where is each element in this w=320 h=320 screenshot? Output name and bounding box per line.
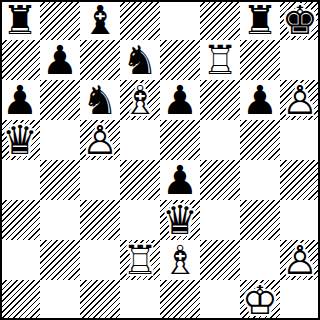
square-b6[interactable] (40, 80, 80, 120)
square-c3[interactable] (80, 200, 120, 240)
square-a5[interactable]: ♛♛ (0, 120, 40, 160)
square-g7[interactable] (240, 40, 280, 80)
black-pawn-e6[interactable]: ♟♟ (160, 80, 200, 120)
black-queen-a5[interactable]: ♛♛ (0, 120, 40, 160)
square-f2[interactable] (200, 240, 240, 280)
square-g4[interactable] (240, 160, 280, 200)
square-a4[interactable] (0, 160, 40, 200)
square-h5[interactable] (280, 120, 320, 160)
square-f1[interactable] (200, 280, 240, 320)
black-knight-icon: ♞ (120, 40, 160, 80)
square-d8[interactable] (120, 0, 160, 40)
square-a7[interactable] (0, 40, 40, 80)
square-f7[interactable]: ♜♖ (200, 40, 240, 80)
square-f3[interactable] (200, 200, 240, 240)
square-e7[interactable] (160, 40, 200, 80)
white-bishop-icon: ♗ (160, 240, 200, 280)
square-h4[interactable] (280, 160, 320, 200)
white-pawn-c5[interactable]: ♟♙ (80, 120, 120, 160)
square-e8[interactable] (160, 0, 200, 40)
square-d4[interactable] (120, 160, 160, 200)
square-g3[interactable] (240, 200, 280, 240)
square-g2[interactable] (240, 240, 280, 280)
white-pawn-icon: ♙ (280, 240, 320, 280)
white-pawn-h6[interactable]: ♟♙ (280, 80, 320, 120)
black-pawn-icon: ♟ (160, 80, 200, 120)
black-knight-d7[interactable]: ♞♞ (120, 40, 160, 80)
square-c8[interactable]: ♝♝ (80, 0, 120, 40)
square-e1[interactable] (160, 280, 200, 320)
black-queen-icon: ♛ (0, 120, 40, 160)
white-rook-icon: ♖ (120, 240, 160, 280)
square-d5[interactable] (120, 120, 160, 160)
white-pawn-icon: ♙ (280, 80, 320, 120)
black-pawn-g6[interactable]: ♟♟ (240, 80, 280, 120)
black-king-h8[interactable]: ♚♚ (280, 0, 320, 40)
black-knight-c6[interactable]: ♞♞ (80, 80, 120, 120)
black-pawn-icon: ♟ (160, 160, 200, 200)
square-b3[interactable] (40, 200, 80, 240)
square-h7[interactable] (280, 40, 320, 80)
white-pawn-h2[interactable]: ♟♙ (280, 240, 320, 280)
square-d7[interactable]: ♞♞ (120, 40, 160, 80)
square-b5[interactable] (40, 120, 80, 160)
white-bishop-icon: ♗ (120, 80, 160, 120)
white-king-icon: ♔ (240, 280, 280, 320)
square-a2[interactable] (0, 240, 40, 280)
square-a6[interactable]: ♟♟ (0, 80, 40, 120)
white-rook-f7[interactable]: ♜♖ (200, 40, 240, 80)
square-h2[interactable]: ♟♙ (280, 240, 320, 280)
square-a1[interactable] (0, 280, 40, 320)
square-a3[interactable] (0, 200, 40, 240)
black-pawn-a6[interactable]: ♟♟ (0, 80, 40, 120)
square-e4[interactable]: ♟♟ (160, 160, 200, 200)
square-b8[interactable] (40, 0, 80, 40)
square-d1[interactable] (120, 280, 160, 320)
square-b7[interactable]: ♟♟ (40, 40, 80, 80)
black-rook-g8[interactable]: ♜♜ (240, 0, 280, 40)
white-bishop-e2[interactable]: ♝♗ (160, 240, 200, 280)
square-a8[interactable]: ♜♜ (0, 0, 40, 40)
square-c6[interactable]: ♞♞ (80, 80, 120, 120)
black-pawn-icon: ♟ (240, 80, 280, 120)
square-d3[interactable] (120, 200, 160, 240)
square-h8[interactable]: ♚♚ (280, 0, 320, 40)
black-king-icon: ♚ (280, 0, 320, 40)
square-c7[interactable] (80, 40, 120, 80)
black-pawn-b7[interactable]: ♟♟ (40, 40, 80, 80)
square-f5[interactable] (200, 120, 240, 160)
square-f4[interactable] (200, 160, 240, 200)
square-d2[interactable]: ♜♖ (120, 240, 160, 280)
white-pawn-icon: ♙ (80, 120, 120, 160)
square-g5[interactable] (240, 120, 280, 160)
black-rook-icon: ♜ (240, 0, 280, 40)
square-e5[interactable] (160, 120, 200, 160)
square-c2[interactable] (80, 240, 120, 280)
square-g8[interactable]: ♜♜ (240, 0, 280, 40)
white-bishop-d6[interactable]: ♝♗ (120, 80, 160, 120)
black-rook-a8[interactable]: ♜♜ (0, 0, 40, 40)
square-f6[interactable] (200, 80, 240, 120)
black-bishop-c8[interactable]: ♝♝ (80, 0, 120, 40)
black-queen-e3[interactable]: ♛♛ (160, 200, 200, 240)
chess-board: ♜♜♝♝♜♜♚♚♟♟♞♞♜♖♟♟♞♞♝♗♟♟♟♟♟♙♛♛♟♙♟♟♛♛♜♖♝♗♟♙… (0, 0, 320, 320)
square-b4[interactable] (40, 160, 80, 200)
black-rook-icon: ♜ (0, 0, 40, 40)
square-c1[interactable] (80, 280, 120, 320)
square-f8[interactable] (200, 0, 240, 40)
square-c5[interactable]: ♟♙ (80, 120, 120, 160)
black-queen-icon: ♛ (160, 200, 200, 240)
square-g6[interactable]: ♟♟ (240, 80, 280, 120)
black-pawn-icon: ♟ (40, 40, 80, 80)
white-rook-d2[interactable]: ♜♖ (120, 240, 160, 280)
black-pawn-icon: ♟ (0, 80, 40, 120)
square-d6[interactable]: ♝♗ (120, 80, 160, 120)
white-king-g1[interactable]: ♚♔ (240, 280, 280, 320)
black-knight-icon: ♞ (80, 80, 120, 120)
square-b1[interactable] (40, 280, 80, 320)
square-h3[interactable] (280, 200, 320, 240)
square-h1[interactable] (280, 280, 320, 320)
square-e2[interactable]: ♝♗ (160, 240, 200, 280)
black-pawn-e4[interactable]: ♟♟ (160, 160, 200, 200)
square-e6[interactable]: ♟♟ (160, 80, 200, 120)
square-h6[interactable]: ♟♙ (280, 80, 320, 120)
white-rook-icon: ♖ (200, 40, 240, 80)
square-g1[interactable]: ♚♔ (240, 280, 280, 320)
square-e3[interactable]: ♛♛ (160, 200, 200, 240)
black-bishop-icon: ♝ (80, 0, 120, 40)
square-c4[interactable] (80, 160, 120, 200)
square-b2[interactable] (40, 240, 80, 280)
